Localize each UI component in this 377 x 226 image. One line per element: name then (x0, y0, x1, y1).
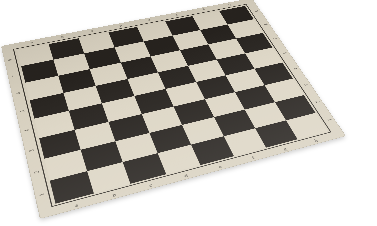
file-label-top-h: h (228, 3, 232, 6)
rank-label-left-1: 1 (38, 193, 45, 197)
rank-label-right-2: 2 (315, 100, 321, 103)
file-label-top-g: g (202, 8, 206, 11)
file-label-bottom-a: a (74, 203, 78, 208)
file-label-bottom-b: b (112, 193, 117, 198)
file-label-top-c: c (90, 30, 93, 33)
rank-label-right-5: 5 (282, 52, 288, 54)
rank-label-right-7: 7 (263, 23, 268, 25)
rank-label-left-8: 8 (7, 59, 13, 62)
rank-label-left-3: 3 (28, 149, 35, 152)
rank-label-left-4: 4 (23, 129, 30, 132)
rank-label-left-5: 5 (19, 110, 26, 113)
chessboard-mat: aa88bb77cc66dd55ee44ff33gg22hh11 (1, 0, 346, 219)
file-label-top-f: f (175, 14, 178, 17)
file-label-top-b: b (61, 35, 65, 38)
file-label-bottom-e: e (218, 164, 222, 168)
file-label-bottom-d: d (184, 173, 189, 178)
file-label-top-e: e (148, 19, 151, 22)
file-label-bottom-g: g (283, 147, 288, 151)
rank-label-right-8: 8 (254, 10, 259, 12)
file-label-bottom-h: h (314, 139, 319, 143)
rank-label-left-7: 7 (11, 75, 17, 78)
file-label-bottom-f: f (251, 156, 255, 160)
rank-label-right-6: 6 (272, 37, 278, 39)
rank-label-right-1: 1 (327, 118, 333, 121)
rank-label-left-6: 6 (15, 92, 21, 95)
chessboard-photo: aa88bb77cc66dd55ee44ff33gg22hh11 (0, 0, 377, 226)
rank-label-right-3: 3 (303, 83, 309, 86)
file-label-top-d: d (119, 24, 123, 27)
file-label-top-a: a (30, 41, 33, 44)
file-label-bottom-c: c (149, 183, 153, 188)
rank-label-left-2: 2 (33, 170, 40, 174)
rank-label-right-4: 4 (292, 67, 298, 70)
